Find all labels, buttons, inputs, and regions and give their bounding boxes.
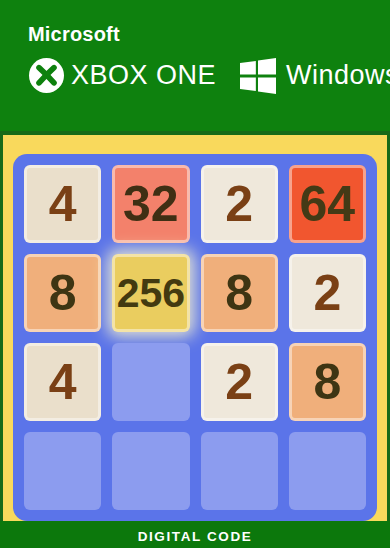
platform-logos: XBOX ONE Windows 10 [28,57,390,94]
empty-cell [289,432,366,510]
windows-10-label: Windows 10 [286,60,390,91]
xbox-sphere-icon [28,57,65,94]
product-cover: Microsoft XBOX ONE [0,0,390,548]
empty-cell [201,432,278,510]
board-frame: 432264825682428 [0,135,390,521]
tile-256: 256 [112,254,189,332]
tile-2: 2 [201,165,278,243]
tile-4: 4 [24,165,101,243]
tile-32: 32 [112,165,189,243]
windows-flag-icon [240,58,276,94]
tile-8: 8 [289,343,366,421]
digital-code-label: DIGITAL CODE [138,529,253,544]
footer: DIGITAL CODE [0,521,390,548]
tile-8: 8 [24,254,101,332]
tile-4: 4 [24,343,101,421]
tile-8: 8 [201,254,278,332]
header: Microsoft XBOX ONE [0,0,390,135]
xbox-one-label: XBOX ONE [71,60,216,91]
xbox-one-logo: XBOX ONE [28,57,216,94]
tile-64: 64 [289,165,366,243]
windows-10-logo: Windows 10 [240,58,390,94]
empty-cell [112,343,189,421]
microsoft-wordmark: Microsoft [28,22,390,46]
tile-2: 2 [289,254,366,332]
empty-cell [24,432,101,510]
board: 432264825682428 [13,154,377,521]
tile-2: 2 [201,343,278,421]
empty-cell [112,432,189,510]
